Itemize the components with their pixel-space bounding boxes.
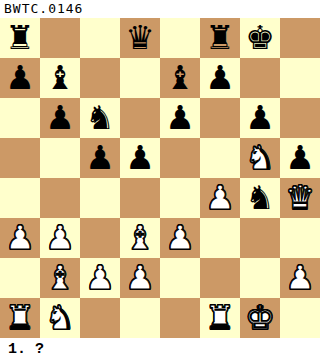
piece-white-pawn: ♟ <box>285 258 315 298</box>
piece-white-bishop: ♝ <box>45 258 75 298</box>
square-d6[interactable] <box>120 98 160 138</box>
square-a6[interactable] <box>0 98 40 138</box>
square-f8[interactable]: ♜ <box>200 18 240 58</box>
square-a5[interactable] <box>0 138 40 178</box>
square-e2[interactable] <box>160 258 200 298</box>
square-h3[interactable] <box>280 218 320 258</box>
piece-white-pawn: ♟ <box>45 218 75 258</box>
square-b4[interactable] <box>40 178 80 218</box>
square-d8[interactable]: ♛ <box>120 18 160 58</box>
square-h6[interactable] <box>280 98 320 138</box>
piece-black-pawn: ♟ <box>125 138 155 178</box>
square-c4[interactable] <box>80 178 120 218</box>
square-g3[interactable] <box>240 218 280 258</box>
square-b2[interactable]: ♝ <box>40 258 80 298</box>
piece-black-bishop: ♝ <box>165 58 195 98</box>
piece-black-knight: ♞ <box>245 178 275 218</box>
square-c3[interactable] <box>80 218 120 258</box>
square-f1[interactable]: ♜ <box>200 298 240 338</box>
square-e4[interactable] <box>160 178 200 218</box>
piece-white-pawn: ♟ <box>165 218 195 258</box>
square-c6[interactable]: ♞ <box>80 98 120 138</box>
square-d5[interactable]: ♟ <box>120 138 160 178</box>
square-g2[interactable] <box>240 258 280 298</box>
square-g5[interactable]: ♞ <box>240 138 280 178</box>
square-b3[interactable]: ♟ <box>40 218 80 258</box>
piece-white-pawn: ♟ <box>205 178 235 218</box>
piece-black-rook: ♜ <box>205 18 235 58</box>
square-e5[interactable] <box>160 138 200 178</box>
square-d7[interactable] <box>120 58 160 98</box>
piece-black-pawn: ♟ <box>285 138 315 178</box>
square-c8[interactable] <box>80 18 120 58</box>
piece-black-pawn: ♟ <box>5 58 35 98</box>
square-f5[interactable] <box>200 138 240 178</box>
square-c5[interactable]: ♟ <box>80 138 120 178</box>
square-b7[interactable]: ♝ <box>40 58 80 98</box>
square-h7[interactable] <box>280 58 320 98</box>
piece-white-pawn: ♟ <box>85 258 115 298</box>
square-b1[interactable]: ♞ <box>40 298 80 338</box>
chess-board: ♜♛♜♚♟♝♝♟♟♞♟♟♟♟♞♟♟♞♛♟♟♝♟♝♟♟♟♜♞♜♚ <box>0 18 320 338</box>
square-f4[interactable]: ♟ <box>200 178 240 218</box>
square-d2[interactable]: ♟ <box>120 258 160 298</box>
square-g7[interactable] <box>240 58 280 98</box>
square-d1[interactable] <box>120 298 160 338</box>
piece-white-queen: ♛ <box>285 178 315 218</box>
square-g6[interactable]: ♟ <box>240 98 280 138</box>
square-h8[interactable] <box>280 18 320 58</box>
square-h2[interactable]: ♟ <box>280 258 320 298</box>
square-b6[interactable]: ♟ <box>40 98 80 138</box>
piece-white-pawn: ♟ <box>125 258 155 298</box>
square-d4[interactable] <box>120 178 160 218</box>
piece-black-pawn: ♟ <box>165 98 195 138</box>
piece-black-pawn: ♟ <box>45 98 75 138</box>
square-c7[interactable] <box>80 58 120 98</box>
square-e7[interactable]: ♝ <box>160 58 200 98</box>
piece-white-pawn: ♟ <box>5 218 35 258</box>
square-h1[interactable] <box>280 298 320 338</box>
square-f3[interactable] <box>200 218 240 258</box>
square-b5[interactable] <box>40 138 80 178</box>
piece-white-bishop: ♝ <box>125 218 155 258</box>
piece-black-queen: ♛ <box>125 18 155 58</box>
square-c1[interactable] <box>80 298 120 338</box>
square-c2[interactable]: ♟ <box>80 258 120 298</box>
square-a1[interactable]: ♜ <box>0 298 40 338</box>
square-a7[interactable]: ♟ <box>0 58 40 98</box>
piece-white-knight: ♞ <box>45 298 75 338</box>
square-f2[interactable] <box>200 258 240 298</box>
square-b8[interactable] <box>40 18 80 58</box>
square-e8[interactable] <box>160 18 200 58</box>
puzzle-title: BWTC.0146 <box>0 0 320 18</box>
piece-white-king: ♚ <box>245 298 275 338</box>
piece-white-knight: ♞ <box>245 138 275 178</box>
piece-black-pawn: ♟ <box>245 98 275 138</box>
piece-black-bishop: ♝ <box>45 58 75 98</box>
square-a8[interactable]: ♜ <box>0 18 40 58</box>
square-a2[interactable] <box>0 258 40 298</box>
square-g8[interactable]: ♚ <box>240 18 280 58</box>
move-prompt: 1. ? <box>0 338 320 360</box>
piece-black-pawn: ♟ <box>205 58 235 98</box>
piece-white-rook: ♜ <box>5 298 35 338</box>
square-g1[interactable]: ♚ <box>240 298 280 338</box>
square-a4[interactable] <box>0 178 40 218</box>
piece-black-king: ♚ <box>245 18 275 58</box>
square-g4[interactable]: ♞ <box>240 178 280 218</box>
square-h5[interactable]: ♟ <box>280 138 320 178</box>
piece-black-pawn: ♟ <box>85 138 115 178</box>
piece-black-knight: ♞ <box>85 98 115 138</box>
square-a3[interactable]: ♟ <box>0 218 40 258</box>
square-d3[interactable]: ♝ <box>120 218 160 258</box>
piece-black-rook: ♜ <box>5 18 35 58</box>
square-h4[interactable]: ♛ <box>280 178 320 218</box>
square-e3[interactable]: ♟ <box>160 218 200 258</box>
square-e6[interactable]: ♟ <box>160 98 200 138</box>
piece-white-rook: ♜ <box>205 298 235 338</box>
square-f6[interactable] <box>200 98 240 138</box>
square-f7[interactable]: ♟ <box>200 58 240 98</box>
square-e1[interactable] <box>160 298 200 338</box>
